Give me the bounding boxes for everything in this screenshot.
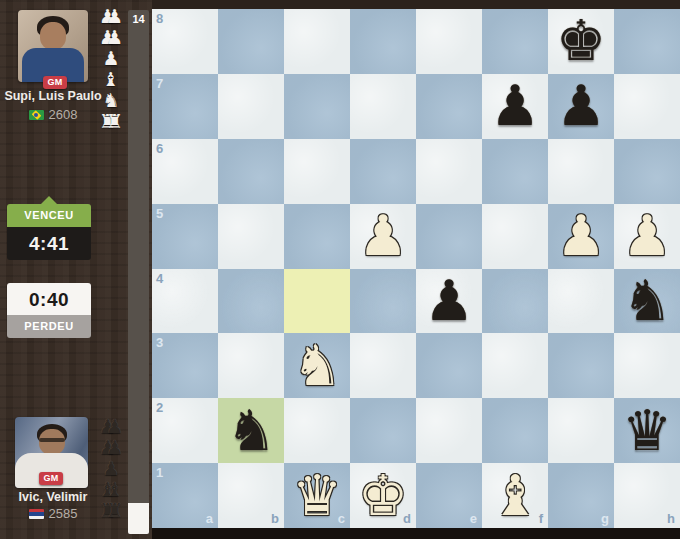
file-label-h: h — [667, 512, 675, 525]
square-f6[interactable] — [482, 139, 548, 204]
player-rating-top: 2608 — [49, 107, 78, 122]
captured-white-bishop-icon: ♝ — [102, 68, 119, 90]
piece-white-bishop[interactable]: ♝ — [490, 464, 540, 528]
square-c1[interactable]: c♛ — [284, 463, 350, 528]
rank-label-4: 4 — [156, 272, 163, 285]
square-g7[interactable]: ♟ — [548, 74, 614, 139]
square-a3[interactable]: 3 — [152, 333, 218, 398]
square-b8[interactable] — [218, 9, 284, 74]
gm-badge-bottom: GM — [39, 472, 63, 485]
square-f7[interactable]: ♟ — [482, 74, 548, 139]
player-name-bottom: Ivic, Velimir — [1, 490, 105, 504]
clock-white: 0:40 — [7, 283, 91, 316]
square-f8[interactable] — [482, 9, 548, 74]
square-b6[interactable] — [218, 139, 284, 204]
player-rating-bottom: 2585 — [49, 506, 78, 521]
piece-black-knight[interactable]: ♞ — [226, 399, 276, 463]
player-avatar-top — [18, 10, 88, 82]
square-h8[interactable] — [614, 9, 680, 74]
piece-white-knight[interactable]: ♞ — [292, 334, 342, 398]
square-c5[interactable] — [284, 204, 350, 269]
square-g8[interactable]: ♚ — [548, 9, 614, 74]
square-f3[interactable] — [482, 333, 548, 398]
square-d6[interactable] — [350, 139, 416, 204]
square-f4[interactable] — [482, 269, 548, 334]
square-a4[interactable]: 4 — [152, 269, 218, 334]
chess-board[interactable]: 8♚7♟♟65♟♟♟4♟♞3♞2♞♛1abc♛d♚ef♝gh — [152, 9, 680, 528]
square-h3[interactable] — [614, 333, 680, 398]
captured-black-bishop-icon: ♝ — [106, 478, 123, 500]
rank-label-1: 1 — [156, 466, 163, 479]
captured-row: ♟ — [96, 458, 126, 479]
square-h2[interactable]: ♛ — [614, 398, 680, 463]
piece-black-king[interactable]: ♚ — [556, 9, 606, 73]
piece-black-queen[interactable]: ♛ — [622, 399, 672, 463]
square-b2[interactable]: ♞ — [218, 398, 284, 463]
captured-black-rook-icon: ♜ — [106, 499, 123, 521]
square-c6[interactable] — [284, 139, 350, 204]
rank-label-5: 5 — [156, 207, 163, 220]
square-h7[interactable] — [614, 74, 680, 139]
square-g6[interactable] — [548, 139, 614, 204]
broadcast-page: { "game": "chess", "position": { "fen": … — [0, 0, 680, 539]
square-c2[interactable] — [284, 398, 350, 463]
square-e7[interactable] — [416, 74, 482, 139]
captured-white-knight-icon: ♞ — [102, 89, 119, 111]
file-label-b: b — [271, 512, 279, 525]
captured-row: ♜♜ — [96, 111, 126, 132]
square-c7[interactable] — [284, 74, 350, 139]
piece-white-queen[interactable]: ♛ — [292, 464, 342, 528]
square-b5[interactable] — [218, 204, 284, 269]
avatar-glasses — [39, 438, 65, 442]
square-b7[interactable] — [218, 74, 284, 139]
square-e2[interactable] — [416, 398, 482, 463]
square-d1[interactable]: d♚ — [350, 463, 416, 528]
square-b3[interactable] — [218, 333, 284, 398]
square-d4[interactable] — [350, 269, 416, 334]
piece-black-pawn[interactable]: ♟ — [556, 74, 606, 138]
rank-label-3: 3 — [156, 336, 163, 349]
square-d8[interactable] — [350, 9, 416, 74]
captured-white-pawn-icon: ♟ — [106, 26, 123, 48]
rating-row-top: 2608 — [1, 107, 105, 122]
eval-bar-white-part — [128, 503, 149, 534]
captured-white-pawn-icon: ♟ — [106, 5, 123, 27]
square-e1[interactable]: e — [416, 463, 482, 528]
square-h1[interactable]: h — [614, 463, 680, 528]
piece-black-pawn[interactable]: ♟ — [424, 269, 474, 333]
avatar-face — [40, 22, 66, 50]
square-d7[interactable] — [350, 74, 416, 139]
captured-row: ♟♟ — [96, 437, 126, 458]
captured-row: ♟♟ — [96, 27, 126, 48]
square-a8[interactable]: 8 — [152, 9, 218, 74]
captured-row: ♜♜ — [96, 500, 126, 521]
avatar-face — [39, 429, 65, 455]
square-b4[interactable] — [218, 269, 284, 334]
file-label-c: c — [338, 512, 345, 525]
piece-white-pawn[interactable]: ♟ — [556, 204, 606, 268]
square-f2[interactable] — [482, 398, 548, 463]
square-h4[interactable]: ♞ — [614, 269, 680, 334]
captured-tray-top: ♟♟♟♟♟♝♞♜♜ — [96, 6, 126, 132]
square-h5[interactable]: ♟ — [614, 204, 680, 269]
captured-black-pawn-icon: ♟ — [102, 457, 119, 479]
square-e4[interactable]: ♟ — [416, 269, 482, 334]
file-label-g: g — [601, 512, 609, 525]
square-e8[interactable] — [416, 9, 482, 74]
file-label-f: f — [539, 512, 543, 525]
eval-bar: 14 — [128, 10, 149, 534]
rating-row-bottom: 2585 — [1, 506, 105, 521]
square-a2[interactable]: 2 — [152, 398, 218, 463]
square-d2[interactable] — [350, 398, 416, 463]
square-e5[interactable] — [416, 204, 482, 269]
captured-black-pawn-icon: ♟ — [106, 436, 123, 458]
square-a1[interactable]: 1a — [152, 463, 218, 528]
player-name-top: Supi, Luis Paulo — [1, 89, 105, 103]
square-d3[interactable] — [350, 333, 416, 398]
rank-label-7: 7 — [156, 77, 163, 90]
square-a7[interactable]: 7 — [152, 74, 218, 139]
square-h6[interactable] — [614, 139, 680, 204]
square-g3[interactable] — [548, 333, 614, 398]
result-banner-loser: PERDEU — [7, 315, 91, 338]
captured-row: ♟♟ — [96, 416, 126, 437]
piece-black-pawn[interactable]: ♟ — [490, 74, 540, 138]
square-g2[interactable] — [548, 398, 614, 463]
rank-label-6: 6 — [156, 142, 163, 155]
square-c8[interactable] — [284, 9, 350, 74]
captured-row: ♟ — [96, 48, 126, 69]
captured-row: ♟♟ — [96, 6, 126, 27]
square-g5[interactable]: ♟ — [548, 204, 614, 269]
square-f1[interactable]: f♝ — [482, 463, 548, 528]
piece-white-pawn[interactable]: ♟ — [622, 204, 672, 268]
square-c4[interactable] — [284, 269, 350, 334]
square-g1[interactable]: g — [548, 463, 614, 528]
captured-white-rook-icon: ♜ — [106, 110, 123, 132]
square-a6[interactable]: 6 — [152, 139, 218, 204]
clock-black: 4:41 — [7, 227, 91, 260]
captured-black-pawn-icon: ♟ — [106, 415, 123, 437]
square-b1[interactable]: b — [218, 463, 284, 528]
eval-value: 14 — [128, 13, 149, 25]
piece-black-knight[interactable]: ♞ — [622, 269, 672, 333]
square-f5[interactable] — [482, 204, 548, 269]
captured-row: ♝ — [96, 69, 126, 90]
rank-label-8: 8 — [156, 12, 163, 25]
square-c3[interactable]: ♞ — [284, 333, 350, 398]
captured-tray-bottom: ♟♟♟♟♟♝♝♜♜ — [96, 416, 126, 521]
piece-white-king[interactable]: ♚ — [358, 464, 408, 528]
square-e3[interactable] — [416, 333, 482, 398]
file-label-d: d — [403, 512, 411, 525]
serbia-flag-icon — [29, 509, 44, 519]
brazil-flag-icon — [29, 110, 44, 120]
rank-label-2: 2 — [156, 401, 163, 414]
square-a5[interactable]: 5 — [152, 204, 218, 269]
board-bottom-edge — [152, 528, 680, 539]
file-label-e: e — [470, 512, 477, 525]
square-e6[interactable] — [416, 139, 482, 204]
gm-badge-top: GM — [43, 76, 67, 89]
square-g4[interactable] — [548, 269, 614, 334]
captured-row: ♞ — [96, 90, 126, 111]
square-d5[interactable]: ♟ — [350, 204, 416, 269]
captured-row: ♝♝ — [96, 479, 126, 500]
result-banner-winner: VENCEU — [7, 204, 91, 227]
piece-white-pawn[interactable]: ♟ — [358, 204, 408, 268]
captured-white-pawn-icon: ♟ — [102, 47, 119, 69]
file-label-a: a — [206, 512, 213, 525]
